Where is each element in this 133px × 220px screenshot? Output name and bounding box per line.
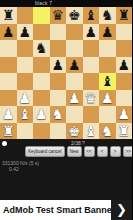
square-f5[interactable] xyxy=(83,57,100,74)
piece-white-pawn[interactable]: ♟ xyxy=(33,106,50,123)
square-g7[interactable]: ♟ xyxy=(99,24,116,41)
square-h8[interactable]: ♜ xyxy=(116,7,133,24)
nav-last-button[interactable]: >> xyxy=(123,146,132,157)
square-a4[interactable] xyxy=(0,73,17,90)
square-a7[interactable]: ♟ xyxy=(0,24,17,41)
square-d2[interactable]: ♞ xyxy=(50,106,67,123)
chevron-right-icon: ❯ xyxy=(116,200,127,220)
piece-black-pawn[interactable]: ♟ xyxy=(50,57,67,74)
piece-black-pawn[interactable]: ♟ xyxy=(66,57,83,74)
turn-indicator-icon xyxy=(2,141,7,146)
square-d5[interactable]: ♟ xyxy=(50,57,67,74)
square-c5[interactable] xyxy=(33,57,50,74)
square-a3[interactable] xyxy=(0,90,17,107)
square-b4[interactable] xyxy=(17,73,34,90)
ad-banner-text: AdMob Test Smart Banner xyxy=(0,205,111,215)
square-d3[interactable] xyxy=(50,90,67,107)
control-panel: 2/38 ? Keyboard cancel New << < > >> 331… xyxy=(0,139,132,200)
square-d1[interactable] xyxy=(50,123,67,140)
square-g2[interactable] xyxy=(99,106,116,123)
square-e6[interactable] xyxy=(66,40,83,57)
piece-white-pawn[interactable]: ♟ xyxy=(0,106,17,123)
piece-white-rook[interactable]: ♜ xyxy=(0,123,17,140)
square-a8[interactable]: ♜ xyxy=(0,7,17,24)
engine-eval-text: 0.42 xyxy=(9,166,19,172)
piece-black-queen[interactable]: ♛ xyxy=(50,7,67,24)
square-f3[interactable]: ♛ xyxy=(83,90,100,107)
piece-black-pawn[interactable]: ♟ xyxy=(83,24,100,41)
piece-white-knight[interactable]: ♞ xyxy=(99,123,116,140)
square-c6[interactable]: ♞ xyxy=(33,40,50,57)
piece-white-bishop[interactable]: ♝ xyxy=(17,106,34,123)
square-a2[interactable]: ♟ xyxy=(0,106,17,123)
square-d6[interactable] xyxy=(50,40,67,57)
square-e7[interactable] xyxy=(66,24,83,41)
square-e3[interactable]: ♟ xyxy=(66,90,83,107)
square-g8[interactable]: ♞ xyxy=(99,7,116,24)
piece-black-bishop[interactable]: ♝ xyxy=(83,7,100,24)
square-b5[interactable] xyxy=(17,57,34,74)
status-text: black 7 xyxy=(35,0,52,6)
new-game-button[interactable]: New xyxy=(67,146,82,157)
square-e4[interactable] xyxy=(66,73,83,90)
piece-white-pawn[interactable]: ♟ xyxy=(66,90,83,107)
status-bar: black 7 xyxy=(0,0,132,7)
piece-white-rook[interactable]: ♜ xyxy=(116,123,133,140)
engine-stats-text: 331300 N/s (5 s) xyxy=(2,160,39,166)
square-g3[interactable]: ♟ xyxy=(99,90,116,107)
ad-banner-chevron-box[interactable]: ❯ xyxy=(111,200,132,220)
square-h4[interactable] xyxy=(116,73,133,90)
piece-white-pawn[interactable]: ♟ xyxy=(116,106,133,123)
square-f6[interactable] xyxy=(83,40,100,57)
piece-black-knight[interactable]: ♞ xyxy=(33,40,50,57)
piece-black-bishop[interactable]: ♝ xyxy=(99,73,116,90)
piece-white-pawn[interactable]: ♟ xyxy=(99,90,116,107)
square-c3[interactable] xyxy=(33,90,50,107)
ad-banner[interactable]: AdMob Test Smart Banner ❯ xyxy=(0,200,132,220)
square-e5[interactable]: ♟ xyxy=(66,57,83,74)
square-f8[interactable]: ♝ xyxy=(83,7,100,24)
chess-board[interactable]: ♜♛♚♝♞♜♟♟♟♟♞♟♟♟♝♟♟♛♟♟♝♟♞♟♜♚♝♞♜ xyxy=(0,7,132,139)
piece-black-pawn[interactable]: ♟ xyxy=(0,24,17,41)
square-d7[interactable] xyxy=(50,24,67,41)
square-d4[interactable] xyxy=(50,73,67,90)
square-g6[interactable] xyxy=(99,40,116,57)
piece-white-knight[interactable]: ♞ xyxy=(50,106,67,123)
square-h2[interactable]: ♟ xyxy=(116,106,133,123)
square-f4[interactable] xyxy=(83,73,100,90)
nav-back-button[interactable]: < xyxy=(97,146,108,157)
square-e1[interactable]: ♚ xyxy=(66,123,83,140)
square-h1[interactable]: ♜ xyxy=(116,123,133,140)
square-a6[interactable] xyxy=(0,40,17,57)
square-c2[interactable]: ♟ xyxy=(33,106,50,123)
square-e2[interactable] xyxy=(66,106,83,123)
square-h6[interactable] xyxy=(116,40,133,57)
square-h3[interactable] xyxy=(116,90,133,107)
piece-black-king[interactable]: ♚ xyxy=(66,7,83,24)
square-b7[interactable]: ♟ xyxy=(17,24,34,41)
square-a5[interactable] xyxy=(0,57,17,74)
square-b1[interactable] xyxy=(17,123,34,140)
button-row: Keyboard cancel New << < > >> xyxy=(25,146,132,157)
square-f7[interactable]: ♟ xyxy=(83,24,100,41)
piece-black-rook[interactable]: ♜ xyxy=(116,7,133,24)
square-a1[interactable]: ♜ xyxy=(0,123,17,140)
square-b3[interactable]: ♟ xyxy=(17,90,34,107)
square-b8[interactable] xyxy=(17,7,34,24)
piece-black-pawn[interactable]: ♟ xyxy=(116,57,133,74)
keyboard-cancel-button[interactable]: Keyboard cancel xyxy=(25,146,65,157)
square-g4[interactable]: ♝ xyxy=(99,73,116,90)
square-c8[interactable] xyxy=(33,7,50,24)
square-h5[interactable]: ♟ xyxy=(116,57,133,74)
square-c1[interactable] xyxy=(33,123,50,140)
square-g1[interactable]: ♞ xyxy=(99,123,116,140)
square-b2[interactable]: ♝ xyxy=(17,106,34,123)
piece-white-queen[interactable]: ♛ xyxy=(83,90,100,107)
piece-black-rook[interactable]: ♜ xyxy=(0,7,17,24)
square-c4[interactable] xyxy=(33,73,50,90)
piece-white-king[interactable]: ♚ xyxy=(66,123,83,140)
square-h7[interactable] xyxy=(116,24,133,41)
square-e8[interactable]: ♚ xyxy=(66,7,83,24)
piece-white-pawn[interactable]: ♟ xyxy=(17,90,34,107)
square-b6[interactable] xyxy=(17,40,34,57)
piece-black-pawn[interactable]: ♟ xyxy=(17,24,34,41)
square-c7[interactable] xyxy=(33,24,50,41)
nav-first-button[interactable]: << xyxy=(84,146,95,157)
nav-forward-button[interactable]: > xyxy=(110,146,121,157)
square-f1[interactable]: ♝ xyxy=(83,123,100,140)
piece-black-pawn[interactable]: ♟ xyxy=(99,24,116,41)
piece-white-bishop[interactable]: ♝ xyxy=(83,123,100,140)
piece-black-knight[interactable]: ♞ xyxy=(99,7,116,24)
square-f2[interactable] xyxy=(83,106,100,123)
square-g5[interactable] xyxy=(99,57,116,74)
square-d8[interactable]: ♛ xyxy=(50,7,67,24)
